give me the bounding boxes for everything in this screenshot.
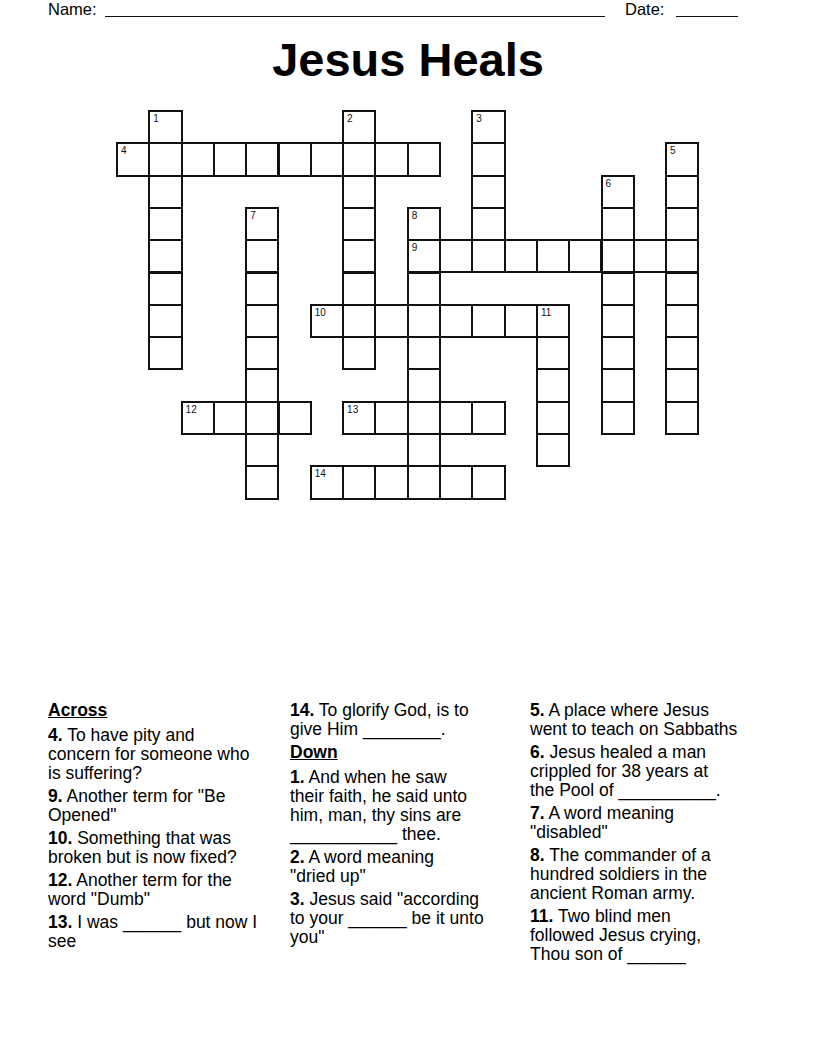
grid-cell-r5c17[interactable] bbox=[665, 272, 699, 306]
cell-number-1: 1 bbox=[153, 113, 159, 124]
grid-cell-r7c4[interactable] bbox=[245, 336, 279, 370]
grid-cell-r1c3[interactable] bbox=[213, 142, 247, 176]
grid-cell-r3c7[interactable] bbox=[342, 207, 376, 241]
grid-cell-r11c6[interactable]: 14 bbox=[310, 465, 344, 499]
grid-cell-r11c8[interactable] bbox=[374, 465, 408, 499]
grid-cell-r4c13[interactable] bbox=[536, 239, 570, 273]
clue-across-13: 13. I was ______ but now I see bbox=[48, 913, 264, 951]
grid-cell-r1c0[interactable]: 4 bbox=[116, 142, 150, 176]
grid-cell-r6c11[interactable] bbox=[471, 304, 505, 338]
grid-cell-r7c9[interactable] bbox=[407, 336, 441, 370]
grid-cell-r7c17[interactable] bbox=[665, 336, 699, 370]
clue-down-2-number: 2. bbox=[290, 847, 305, 867]
clue-across-9-number: 9. bbox=[48, 786, 63, 806]
cell-number-6: 6 bbox=[606, 178, 612, 189]
grid-cell-r8c17[interactable] bbox=[665, 368, 699, 402]
grid-cell-r5c9[interactable] bbox=[407, 272, 441, 306]
clue-down-11-number: 11. bbox=[530, 906, 553, 926]
grid-cell-r6c4[interactable] bbox=[245, 304, 279, 338]
grid-cell-r2c15[interactable]: 6 bbox=[601, 175, 635, 209]
grid-cell-r5c1[interactable] bbox=[148, 272, 182, 306]
clue-down-2: 2. A word meaning "dried up" bbox=[290, 848, 504, 886]
grid-cell-r4c12[interactable] bbox=[504, 239, 538, 273]
worksheet-page: Name: Date: Jesus Heals 1234567891011121… bbox=[0, 0, 816, 1056]
grid-cell-r5c15[interactable] bbox=[601, 272, 635, 306]
grid-cell-r9c10[interactable] bbox=[439, 401, 473, 435]
grid-cell-r3c1[interactable] bbox=[148, 207, 182, 241]
across-heading: Across bbox=[48, 701, 264, 720]
grid-cell-r7c13[interactable] bbox=[536, 336, 570, 370]
cell-number-7: 7 bbox=[250, 210, 256, 221]
grid-cell-r9c9[interactable] bbox=[407, 401, 441, 435]
grid-cell-r9c8[interactable] bbox=[374, 401, 408, 435]
grid-cell-r9c11[interactable] bbox=[471, 401, 505, 435]
grid-cell-r2c1[interactable] bbox=[148, 175, 182, 209]
cell-number-3: 3 bbox=[476, 113, 482, 124]
clue-down-8: 8. The commander of a hundred soldiers i… bbox=[530, 846, 754, 903]
grid-cell-r6c17[interactable] bbox=[665, 304, 699, 338]
grid-cell-r4c4[interactable] bbox=[245, 239, 279, 273]
date-blank-line[interactable] bbox=[676, 16, 738, 17]
clue-down-8-number: 8. bbox=[530, 845, 545, 865]
clue-down-11: 11. Two blind men followed Jesus crying,… bbox=[530, 907, 754, 964]
grid-cell-r4c10[interactable] bbox=[439, 239, 473, 273]
crossword-grid: 1234567891011121314 bbox=[116, 110, 700, 500]
down-heading: Down bbox=[290, 743, 504, 762]
grid-cell-r4c1[interactable] bbox=[148, 239, 182, 273]
grid-cell-r3c17[interactable] bbox=[665, 207, 699, 241]
grid-cell-r6c15[interactable] bbox=[601, 304, 635, 338]
grid-cell-r4c15[interactable] bbox=[601, 239, 635, 273]
clue-column-2: 14. To glorify God, is to give Him _____… bbox=[290, 701, 504, 951]
clue-down-5: 5. A place where Jesus went to teach on … bbox=[530, 701, 754, 739]
clue-across-4-number: 4. bbox=[48, 725, 63, 745]
clue-across-14: 14. To glorify God, is to give Him _____… bbox=[290, 701, 504, 739]
clue-across-13-number: 13. bbox=[48, 912, 72, 932]
grid-cell-r1c9[interactable] bbox=[407, 142, 441, 176]
grid-cell-r9c17[interactable] bbox=[665, 401, 699, 435]
clue-across-12-number: 12. bbox=[48, 870, 72, 890]
grid-cell-r1c17[interactable]: 5 bbox=[665, 142, 699, 176]
grid-cell-r1c11[interactable] bbox=[471, 142, 505, 176]
grid-cell-r8c9[interactable] bbox=[407, 368, 441, 402]
grid-cell-r7c15[interactable] bbox=[601, 336, 635, 370]
grid-cell-r5c4[interactable] bbox=[245, 272, 279, 306]
grid-cell-r4c14[interactable] bbox=[568, 239, 602, 273]
grid-cell-r6c13[interactable]: 11 bbox=[536, 304, 570, 338]
grid-cell-r1c1[interactable] bbox=[148, 142, 182, 176]
grid-cell-r6c10[interactable] bbox=[439, 304, 473, 338]
grid-cell-r4c7[interactable] bbox=[342, 239, 376, 273]
grid-cell-r7c7[interactable] bbox=[342, 336, 376, 370]
grid-cell-r3c9[interactable]: 8 bbox=[407, 207, 441, 241]
grid-cell-r1c8[interactable] bbox=[374, 142, 408, 176]
cell-number-13: 13 bbox=[347, 404, 358, 415]
cell-number-10: 10 bbox=[315, 307, 326, 318]
grid-cell-r1c2[interactable] bbox=[181, 142, 215, 176]
cell-number-12: 12 bbox=[186, 404, 197, 415]
clue-down-3: 3. Jesus said "according to your ______ … bbox=[290, 890, 504, 947]
grid-cell-r2c17[interactable] bbox=[665, 175, 699, 209]
grid-cell-r1c5[interactable] bbox=[278, 142, 312, 176]
grid-cell-r10c9[interactable] bbox=[407, 433, 441, 467]
cell-number-14: 14 bbox=[315, 468, 326, 479]
grid-cell-r6c6[interactable]: 10 bbox=[310, 304, 344, 338]
grid-cell-r1c6[interactable] bbox=[310, 142, 344, 176]
grid-cell-r8c15[interactable] bbox=[601, 368, 635, 402]
grid-cell-r9c7[interactable]: 13 bbox=[342, 401, 376, 435]
grid-cell-r0c1[interactable]: 1 bbox=[148, 110, 182, 144]
grid-cell-r3c4[interactable]: 7 bbox=[245, 207, 279, 241]
grid-cell-r11c11[interactable] bbox=[471, 465, 505, 499]
grid-cell-r9c2[interactable]: 12 bbox=[181, 401, 215, 435]
cell-number-2: 2 bbox=[347, 113, 353, 124]
clue-column-1: Across4. To have pity and concern for so… bbox=[48, 701, 264, 955]
name-label: Name: bbox=[48, 0, 97, 18]
puzzle-title: Jesus Heals bbox=[0, 34, 816, 86]
grid-cell-r11c4[interactable] bbox=[245, 465, 279, 499]
clue-down-3-number: 3. bbox=[290, 889, 305, 909]
grid-cell-r3c15[interactable] bbox=[601, 207, 635, 241]
cell-number-5: 5 bbox=[670, 145, 676, 156]
cell-number-11: 11 bbox=[541, 307, 551, 318]
grid-cell-r9c3[interactable] bbox=[213, 401, 247, 435]
grid-cell-r4c9[interactable]: 9 bbox=[407, 239, 441, 273]
grid-cell-r2c11[interactable] bbox=[471, 175, 505, 209]
grid-cell-r4c11[interactable] bbox=[471, 239, 505, 273]
grid-cell-r2c7[interactable] bbox=[342, 175, 376, 209]
grid-cell-r1c4[interactable] bbox=[245, 142, 279, 176]
grid-cell-r4c17[interactable] bbox=[665, 239, 699, 273]
grid-cell-r4c16[interactable] bbox=[633, 239, 667, 273]
grid-cell-r9c5[interactable] bbox=[278, 401, 312, 435]
grid-cell-r6c8[interactable] bbox=[374, 304, 408, 338]
clue-down-1: 1. And when he saw their faith, he said … bbox=[290, 768, 504, 844]
clue-across-10-number: 10. bbox=[48, 828, 72, 848]
grid-cell-r9c4[interactable] bbox=[245, 401, 279, 435]
clue-down-5-number: 5. bbox=[530, 700, 545, 720]
clue-across-10: 10. Something that was broken but is now… bbox=[48, 829, 264, 867]
clue-down-1-number: 1. bbox=[290, 767, 305, 787]
grid-cell-r10c4[interactable] bbox=[245, 433, 279, 467]
clue-across-4: 4. To have pity and concern for someone … bbox=[48, 726, 264, 783]
date-label: Date: bbox=[625, 0, 664, 18]
grid-cell-r3c11[interactable] bbox=[471, 207, 505, 241]
grid-cell-r0c7[interactable]: 2 bbox=[342, 110, 376, 144]
grid-cell-r6c1[interactable] bbox=[148, 304, 182, 338]
cell-number-4: 4 bbox=[121, 145, 127, 156]
clue-across-14-number: 14. bbox=[290, 700, 314, 720]
clue-down-7: 7. A word meaning "disabled" bbox=[530, 804, 754, 842]
grid-cell-r8c13[interactable] bbox=[536, 368, 570, 402]
grid-cell-r7c1[interactable] bbox=[148, 336, 182, 370]
grid-cell-r8c4[interactable] bbox=[245, 368, 279, 402]
grid-cell-r1c7[interactable] bbox=[342, 142, 376, 176]
clue-down-7-number: 7. bbox=[530, 803, 545, 823]
grid-cell-r9c13[interactable] bbox=[536, 401, 570, 435]
cell-number-8: 8 bbox=[412, 210, 418, 221]
grid-cell-r9c15[interactable] bbox=[601, 401, 635, 435]
grid-cell-r5c7[interactable] bbox=[342, 272, 376, 306]
grid-cell-r11c7[interactable] bbox=[342, 465, 376, 499]
grid-cell-r6c12[interactable] bbox=[504, 304, 538, 338]
grid-cell-r11c9[interactable] bbox=[407, 465, 441, 499]
clue-down-6: 6. Jesus healed a man crippled for 38 ye… bbox=[530, 743, 754, 800]
grid-cell-r11c10[interactable] bbox=[439, 465, 473, 499]
name-blank-line[interactable] bbox=[105, 16, 605, 17]
cell-number-9: 9 bbox=[412, 242, 418, 253]
grid-cell-r10c13[interactable] bbox=[536, 433, 570, 467]
clue-across-12: 12. Another term for the word "Dumb" bbox=[48, 871, 264, 909]
grid-cell-r0c11[interactable]: 3 bbox=[471, 110, 505, 144]
clue-column-3: 5. A place where Jesus went to teach on … bbox=[530, 701, 754, 968]
clue-across-9: 9. Another term for "Be Opened" bbox=[48, 787, 264, 825]
clue-down-6-number: 6. bbox=[530, 742, 545, 762]
grid-cell-r6c7[interactable] bbox=[342, 304, 376, 338]
grid-cell-r6c9[interactable] bbox=[407, 304, 441, 338]
